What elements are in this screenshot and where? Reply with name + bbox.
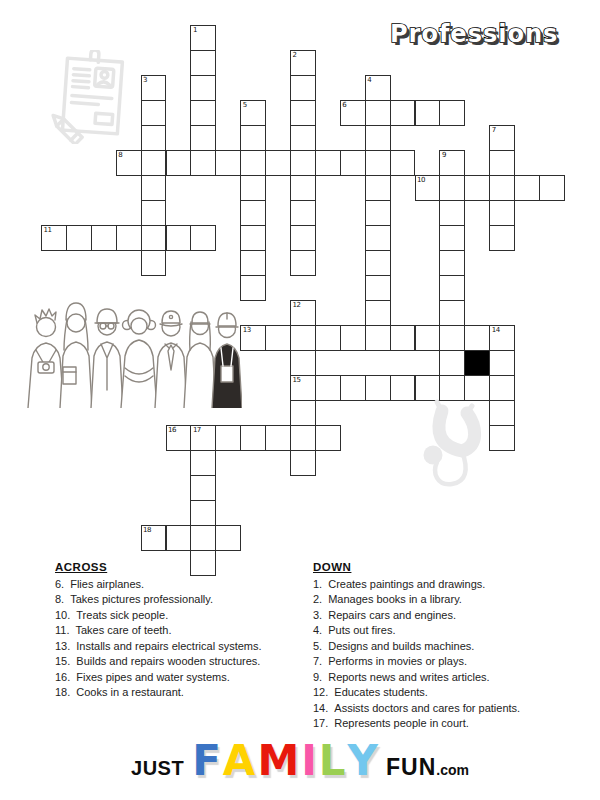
logo-family-letter: F [192,736,221,785]
grid-cell [240,200,266,226]
grid-cell [365,200,391,226]
clue-item: 14.Assists doctors and cares for patient… [313,702,595,717]
site-logo: JUST FAMILY FUN .com [0,736,600,796]
grid-cell [365,175,391,201]
grid-cell: 10 [415,175,441,201]
clue-item: 8.Takes pictures professionally. [55,593,307,608]
grid-cell: 13 [240,325,266,351]
cell-number: 6 [342,101,346,109]
grid-cell [190,525,216,551]
grid-cell [439,275,465,301]
grid-cell [290,450,316,476]
grid-cell [240,425,266,451]
grid-cell [390,375,416,401]
grid-cell [215,525,241,551]
across-heading: ACROSS [55,561,307,573]
grid-cell [439,300,465,326]
clue-item: 7.Performs in movies or plays. [313,655,595,670]
logo-just: JUST [131,757,184,780]
clue-item: 16.Fixes pipes and water systems. [55,671,307,686]
grid-cell [489,350,515,376]
grid-cell [141,250,167,276]
grid-cell [290,75,316,101]
clue-item: 10.Treats sick people. [55,609,307,624]
grid-cell [265,325,291,351]
grid-cell [365,275,391,301]
clue-item: 4.Puts out fires. [313,624,595,639]
grid-cell [464,325,490,351]
grid-cell [240,125,266,151]
grid-cell [439,250,465,276]
grid-cell [166,525,192,551]
logo-family-letter: L [319,736,346,785]
grid-cell: 8 [116,150,142,176]
clue-item: 6.Flies airplanes. [55,578,307,593]
grid-cell [439,100,465,126]
grid-cell [415,100,441,126]
cell-number: 14 [492,326,500,334]
grid-cell [240,275,266,301]
grid-cell [141,150,167,176]
cell-number: 4 [367,76,371,84]
grid-cell [290,250,316,276]
logo-tld: .com [436,762,469,778]
grid-cell [340,325,366,351]
grid-cell [390,325,416,351]
grid-cell [265,425,291,451]
logo-fun: FUN [386,754,436,781]
cell-number: 16 [168,426,176,434]
grid-cell [290,125,316,151]
grid-cell: 4 [365,75,391,101]
grid-cell [190,150,216,176]
clue-item: 13.Installs and repairs electrical syste… [55,640,307,655]
grid-cell [215,150,241,176]
grid-cell [240,175,266,201]
logo-family-letter: A [223,736,256,785]
grid-cell [141,225,167,251]
crossword-grid: 123456789101112131415161718 [0,0,600,600]
logo-family: FAMILY [191,736,379,785]
grid-cell [415,375,441,401]
grid-cell [66,225,92,251]
logo-family-letter: I [301,736,317,785]
grid-cell: 14 [489,325,515,351]
grid-cell [290,175,316,201]
grid-cell [315,325,341,351]
cell-number: 1 [193,26,197,34]
clue-item: 17.Represents people in court. [313,717,595,732]
grid-cell [439,325,465,351]
grid-cell [365,375,391,401]
grid-cell [166,225,192,251]
cell-number: 17 [193,426,201,434]
clues-across: ACROSS 6.Flies airplanes.8.Takes picture… [55,561,307,702]
logo-family-letter: M [257,736,299,785]
cell-number: 15 [293,376,301,384]
grid-cell [240,225,266,251]
grid-cell: 5 [240,100,266,126]
grid-cell [190,125,216,151]
grid-cell [539,175,565,201]
cell-number: 11 [44,226,52,234]
cell-number: 5 [243,101,247,109]
grid-cell [91,225,117,251]
cell-number: 10 [417,176,425,184]
grid-cell [365,225,391,251]
grid-cell [190,475,216,501]
cell-number: 2 [293,51,297,59]
cell-number: 9 [442,151,446,159]
grid-cell [489,375,515,401]
grid-cell [190,75,216,101]
grid-cell [489,425,515,451]
grid-cell [489,150,515,176]
grid-cell [290,350,316,376]
grid-cell [340,375,366,401]
clue-item: 2.Manages books in a library. [313,593,595,608]
grid-cell: 17 [190,425,216,451]
grid-cell [190,100,216,126]
grid-cell [190,450,216,476]
grid-cell [265,150,291,176]
grid-cell: 12 [290,300,316,326]
grid-cell [464,375,490,401]
grid-cell [514,175,540,201]
cell-number: 18 [143,526,151,534]
cell-number: 7 [492,126,496,134]
clues-down: DOWN 1.Creates paintings and drawings.2.… [313,561,595,732]
grid-cell [190,225,216,251]
grid-cell [141,200,167,226]
clue-item: 11.Takes care of teeth. [55,624,307,639]
down-heading: DOWN [313,561,595,573]
grid-cell [215,425,241,451]
clue-item: 9.Reports news and writes articles. [313,671,595,686]
cell-number: 8 [118,151,122,159]
grid-cell [290,400,316,426]
grid-cell: 6 [340,100,366,126]
grid-cell [141,125,167,151]
grid-cell [365,100,391,126]
grid-cell [190,50,216,76]
grid-cell [315,375,341,401]
grid-cell: 18 [141,525,167,551]
clue-item: 3.Repairs cars and engines. [313,609,595,624]
grid-cell [439,350,465,376]
clue-item: 18.Cooks in a restaurant. [55,686,307,701]
grid-cell: 2 [290,50,316,76]
grid-cell [290,200,316,226]
grid-cell [290,100,316,126]
grid-cell: 3 [141,75,167,101]
grid-cell [489,225,515,251]
cell-number: 3 [143,76,147,84]
grid-cell [365,325,391,351]
clue-item: 12.Educates students. [313,686,595,701]
grid-cell [439,375,465,401]
down-clue-list: 1.Creates paintings and drawings.2.Manag… [313,578,595,732]
grid-cell [290,325,316,351]
grid-cell: 9 [439,150,465,176]
grid-cell [315,425,341,451]
grid-cell [439,175,465,201]
grid-cell [489,400,515,426]
clue-item: 15.Builds and repairs wooden structures. [55,655,307,670]
grid-cell [290,150,316,176]
grid-cell: 7 [489,125,515,151]
grid-cell [489,175,515,201]
grid-cell [439,200,465,226]
grid-cell [390,100,416,126]
grid-cell [365,150,391,176]
grid-cell [365,300,391,326]
grid-cell [141,175,167,201]
grid-cell [365,250,391,276]
grid-cell [166,150,192,176]
black-cell [464,350,490,376]
cell-number: 13 [243,326,251,334]
across-clue-list: 6.Flies airplanes.8.Takes pictures profe… [55,578,307,702]
cell-number: 12 [293,301,301,309]
grid-cell [340,150,366,176]
grid-cell [240,150,266,176]
grid-cell [464,175,490,201]
grid-cell [240,250,266,276]
grid-cell [290,225,316,251]
logo-family-letter: Y [348,736,378,785]
grid-cell [489,200,515,226]
grid-cell: 15 [290,375,316,401]
grid-cell: 11 [41,225,67,251]
grid-cell: 1 [190,25,216,51]
grid-cell [141,100,167,126]
grid-cell [390,150,416,176]
grid-cell [415,325,441,351]
grid-cell [116,225,142,251]
clue-item: 5.Designs and builds machines. [313,640,595,655]
grid-cell [315,150,341,176]
grid-cell [365,125,391,151]
grid-cell [290,425,316,451]
clue-item: 1.Creates paintings and drawings. [313,578,595,593]
grid-cell: 16 [166,425,192,451]
grid-cell [439,225,465,251]
grid-cell [190,500,216,526]
